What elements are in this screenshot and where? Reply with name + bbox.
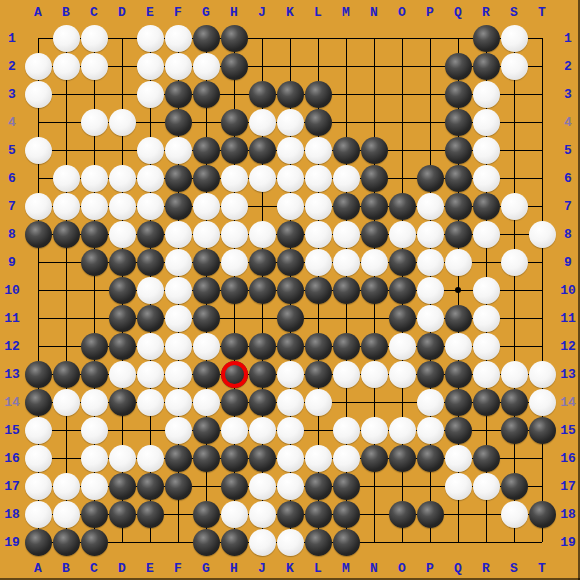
intersection-O2[interactable] <box>388 52 416 80</box>
intersection-Q1[interactable] <box>444 24 472 52</box>
intersection-E11[interactable] <box>136 304 164 332</box>
intersection-T1[interactable] <box>528 24 556 52</box>
intersection-D19[interactable] <box>108 528 136 556</box>
intersection-L16[interactable] <box>304 444 332 472</box>
intersection-L11[interactable] <box>304 304 332 332</box>
intersection-O10[interactable] <box>388 276 416 304</box>
intersection-P6[interactable] <box>416 164 444 192</box>
intersection-P19[interactable] <box>416 528 444 556</box>
intersection-S8[interactable] <box>500 220 528 248</box>
intersection-Q14[interactable] <box>444 388 472 416</box>
intersection-Q7[interactable] <box>444 192 472 220</box>
intersection-M19[interactable] <box>332 528 360 556</box>
intersection-O17[interactable] <box>388 472 416 500</box>
intersection-K3[interactable] <box>276 80 304 108</box>
intersection-R17[interactable] <box>472 472 500 500</box>
intersection-L8[interactable] <box>304 220 332 248</box>
intersection-N9[interactable] <box>360 248 388 276</box>
intersection-P9[interactable] <box>416 248 444 276</box>
intersection-S6[interactable] <box>500 164 528 192</box>
intersection-D11[interactable] <box>108 304 136 332</box>
intersection-B3[interactable] <box>52 80 80 108</box>
intersection-H4[interactable] <box>220 108 248 136</box>
intersection-T18[interactable] <box>528 500 556 528</box>
intersection-C18[interactable] <box>80 500 108 528</box>
intersection-S4[interactable] <box>500 108 528 136</box>
intersection-C1[interactable] <box>80 24 108 52</box>
intersection-F8[interactable] <box>164 220 192 248</box>
intersection-R13[interactable] <box>472 360 500 388</box>
intersection-B8[interactable] <box>52 220 80 248</box>
intersection-H14[interactable] <box>220 388 248 416</box>
intersection-S7[interactable] <box>500 192 528 220</box>
intersection-O14[interactable] <box>388 388 416 416</box>
intersection-D3[interactable] <box>108 80 136 108</box>
intersection-R18[interactable] <box>472 500 500 528</box>
intersection-S9[interactable] <box>500 248 528 276</box>
intersection-R2[interactable] <box>472 52 500 80</box>
intersection-L15[interactable] <box>304 416 332 444</box>
intersection-R5[interactable] <box>472 136 500 164</box>
intersection-D17[interactable] <box>108 472 136 500</box>
intersection-A17[interactable] <box>24 472 52 500</box>
intersection-P15[interactable] <box>416 416 444 444</box>
intersection-Q2[interactable] <box>444 52 472 80</box>
intersection-H16[interactable] <box>220 444 248 472</box>
intersection-K13[interactable] <box>276 360 304 388</box>
intersection-S19[interactable] <box>500 528 528 556</box>
intersection-A5[interactable] <box>24 136 52 164</box>
intersection-G18[interactable] <box>192 500 220 528</box>
intersection-B15[interactable] <box>52 416 80 444</box>
intersection-H3[interactable] <box>220 80 248 108</box>
intersection-H17[interactable] <box>220 472 248 500</box>
intersection-K5[interactable] <box>276 136 304 164</box>
intersection-F4[interactable] <box>164 108 192 136</box>
intersection-G6[interactable] <box>192 164 220 192</box>
intersection-Q3[interactable] <box>444 80 472 108</box>
intersection-O6[interactable] <box>388 164 416 192</box>
intersection-F7[interactable] <box>164 192 192 220</box>
intersection-E4[interactable] <box>136 108 164 136</box>
intersection-O16[interactable] <box>388 444 416 472</box>
intersection-T12[interactable] <box>528 332 556 360</box>
intersection-J2[interactable] <box>248 52 276 80</box>
intersection-D9[interactable] <box>108 248 136 276</box>
intersection-G8[interactable] <box>192 220 220 248</box>
intersection-K6[interactable] <box>276 164 304 192</box>
intersection-N12[interactable] <box>360 332 388 360</box>
intersection-L14[interactable] <box>304 388 332 416</box>
intersection-L13[interactable] <box>304 360 332 388</box>
intersection-M1[interactable] <box>332 24 360 52</box>
intersection-T19[interactable] <box>528 528 556 556</box>
intersection-C6[interactable] <box>80 164 108 192</box>
intersection-C15[interactable] <box>80 416 108 444</box>
intersection-A8[interactable] <box>24 220 52 248</box>
intersection-K2[interactable] <box>276 52 304 80</box>
intersection-Q17[interactable] <box>444 472 472 500</box>
intersection-K11[interactable] <box>276 304 304 332</box>
intersection-M7[interactable] <box>332 192 360 220</box>
intersection-J15[interactable] <box>248 416 276 444</box>
intersection-P14[interactable] <box>416 388 444 416</box>
intersection-D14[interactable] <box>108 388 136 416</box>
intersection-P1[interactable] <box>416 24 444 52</box>
intersection-B6[interactable] <box>52 164 80 192</box>
intersection-R14[interactable] <box>472 388 500 416</box>
intersection-O8[interactable] <box>388 220 416 248</box>
intersection-C16[interactable] <box>80 444 108 472</box>
intersection-E12[interactable] <box>136 332 164 360</box>
intersection-Q5[interactable] <box>444 136 472 164</box>
intersection-K16[interactable] <box>276 444 304 472</box>
intersection-P10[interactable] <box>416 276 444 304</box>
intersection-S17[interactable] <box>500 472 528 500</box>
intersection-E9[interactable] <box>136 248 164 276</box>
intersection-L17[interactable] <box>304 472 332 500</box>
intersection-C11[interactable] <box>80 304 108 332</box>
intersection-S5[interactable] <box>500 136 528 164</box>
intersection-O12[interactable] <box>388 332 416 360</box>
intersection-N10[interactable] <box>360 276 388 304</box>
intersection-B17[interactable] <box>52 472 80 500</box>
intersection-Q19[interactable] <box>444 528 472 556</box>
intersection-P8[interactable] <box>416 220 444 248</box>
intersection-J11[interactable] <box>248 304 276 332</box>
intersection-S12[interactable] <box>500 332 528 360</box>
intersection-M12[interactable] <box>332 332 360 360</box>
intersection-L2[interactable] <box>304 52 332 80</box>
intersection-T7[interactable] <box>528 192 556 220</box>
intersection-K8[interactable] <box>276 220 304 248</box>
intersection-O13[interactable] <box>388 360 416 388</box>
intersection-H18[interactable] <box>220 500 248 528</box>
intersection-K7[interactable] <box>276 192 304 220</box>
intersection-L9[interactable] <box>304 248 332 276</box>
intersection-C19[interactable] <box>80 528 108 556</box>
intersection-C13[interactable] <box>80 360 108 388</box>
intersection-D10[interactable] <box>108 276 136 304</box>
intersection-F5[interactable] <box>164 136 192 164</box>
intersection-B2[interactable] <box>52 52 80 80</box>
intersection-B7[interactable] <box>52 192 80 220</box>
intersection-O9[interactable] <box>388 248 416 276</box>
intersection-N13[interactable] <box>360 360 388 388</box>
intersection-C14[interactable] <box>80 388 108 416</box>
intersection-L18[interactable] <box>304 500 332 528</box>
intersection-O5[interactable] <box>388 136 416 164</box>
intersection-T9[interactable] <box>528 248 556 276</box>
intersection-L10[interactable] <box>304 276 332 304</box>
intersection-A2[interactable] <box>24 52 52 80</box>
intersection-A3[interactable] <box>24 80 52 108</box>
intersection-A11[interactable] <box>24 304 52 332</box>
intersection-M16[interactable] <box>332 444 360 472</box>
intersection-S18[interactable] <box>500 500 528 528</box>
intersection-R9[interactable] <box>472 248 500 276</box>
intersection-D12[interactable] <box>108 332 136 360</box>
intersection-T17[interactable] <box>528 472 556 500</box>
intersection-N19[interactable] <box>360 528 388 556</box>
intersection-F6[interactable] <box>164 164 192 192</box>
intersection-D13[interactable] <box>108 360 136 388</box>
intersection-B4[interactable] <box>52 108 80 136</box>
intersection-Q6[interactable] <box>444 164 472 192</box>
intersection-R1[interactable] <box>472 24 500 52</box>
intersection-C7[interactable] <box>80 192 108 220</box>
intersection-H5[interactable] <box>220 136 248 164</box>
intersection-G1[interactable] <box>192 24 220 52</box>
intersection-K10[interactable] <box>276 276 304 304</box>
intersection-Q16[interactable] <box>444 444 472 472</box>
intersection-R16[interactable] <box>472 444 500 472</box>
intersection-E10[interactable] <box>136 276 164 304</box>
intersection-N18[interactable] <box>360 500 388 528</box>
intersection-M5[interactable] <box>332 136 360 164</box>
intersection-P12[interactable] <box>416 332 444 360</box>
intersection-D1[interactable] <box>108 24 136 52</box>
intersection-M15[interactable] <box>332 416 360 444</box>
intersection-G19[interactable] <box>192 528 220 556</box>
intersection-F10[interactable] <box>164 276 192 304</box>
intersection-B9[interactable] <box>52 248 80 276</box>
intersection-Q13[interactable] <box>444 360 472 388</box>
intersection-L7[interactable] <box>304 192 332 220</box>
intersection-E18[interactable] <box>136 500 164 528</box>
intersection-T15[interactable] <box>528 416 556 444</box>
intersection-N8[interactable] <box>360 220 388 248</box>
intersection-H15[interactable] <box>220 416 248 444</box>
intersection-M18[interactable] <box>332 500 360 528</box>
intersection-B16[interactable] <box>52 444 80 472</box>
intersection-G14[interactable] <box>192 388 220 416</box>
intersection-J10[interactable] <box>248 276 276 304</box>
intersection-R12[interactable] <box>472 332 500 360</box>
intersection-K9[interactable] <box>276 248 304 276</box>
intersection-J5[interactable] <box>248 136 276 164</box>
intersection-J8[interactable] <box>248 220 276 248</box>
intersection-J14[interactable] <box>248 388 276 416</box>
intersection-S10[interactable] <box>500 276 528 304</box>
intersection-P18[interactable] <box>416 500 444 528</box>
intersection-M13[interactable] <box>332 360 360 388</box>
intersection-M6[interactable] <box>332 164 360 192</box>
intersection-A19[interactable] <box>24 528 52 556</box>
intersection-J19[interactable] <box>248 528 276 556</box>
intersection-O1[interactable] <box>388 24 416 52</box>
intersection-C8[interactable] <box>80 220 108 248</box>
intersection-O3[interactable] <box>388 80 416 108</box>
intersection-T16[interactable] <box>528 444 556 472</box>
intersection-H8[interactable] <box>220 220 248 248</box>
intersection-E8[interactable] <box>136 220 164 248</box>
intersection-L5[interactable] <box>304 136 332 164</box>
intersection-R15[interactable] <box>472 416 500 444</box>
intersection-N2[interactable] <box>360 52 388 80</box>
intersection-N15[interactable] <box>360 416 388 444</box>
intersection-P16[interactable] <box>416 444 444 472</box>
intersection-F13[interactable] <box>164 360 192 388</box>
intersection-F18[interactable] <box>164 500 192 528</box>
intersection-O4[interactable] <box>388 108 416 136</box>
intersection-J12[interactable] <box>248 332 276 360</box>
intersection-Q15[interactable] <box>444 416 472 444</box>
intersection-B11[interactable] <box>52 304 80 332</box>
intersection-G13[interactable] <box>192 360 220 388</box>
intersection-F2[interactable] <box>164 52 192 80</box>
intersection-T10[interactable] <box>528 276 556 304</box>
intersection-A13[interactable] <box>24 360 52 388</box>
intersection-K12[interactable] <box>276 332 304 360</box>
intersection-P17[interactable] <box>416 472 444 500</box>
intersection-T2[interactable] <box>528 52 556 80</box>
intersection-G5[interactable] <box>192 136 220 164</box>
intersection-Q11[interactable] <box>444 304 472 332</box>
intersection-Q10[interactable] <box>444 276 472 304</box>
intersection-N17[interactable] <box>360 472 388 500</box>
intersection-K4[interactable] <box>276 108 304 136</box>
intersection-T4[interactable] <box>528 108 556 136</box>
intersection-F17[interactable] <box>164 472 192 500</box>
intersection-A9[interactable] <box>24 248 52 276</box>
intersection-R8[interactable] <box>472 220 500 248</box>
intersection-D16[interactable] <box>108 444 136 472</box>
intersection-J18[interactable] <box>248 500 276 528</box>
intersection-G2[interactable] <box>192 52 220 80</box>
intersection-D2[interactable] <box>108 52 136 80</box>
intersection-P5[interactable] <box>416 136 444 164</box>
intersection-G7[interactable] <box>192 192 220 220</box>
intersection-D4[interactable] <box>108 108 136 136</box>
intersection-R19[interactable] <box>472 528 500 556</box>
intersection-M9[interactable] <box>332 248 360 276</box>
intersection-J7[interactable] <box>248 192 276 220</box>
intersection-M10[interactable] <box>332 276 360 304</box>
intersection-Q4[interactable] <box>444 108 472 136</box>
intersection-E2[interactable] <box>136 52 164 80</box>
intersection-F14[interactable] <box>164 388 192 416</box>
intersection-B18[interactable] <box>52 500 80 528</box>
intersection-H19[interactable] <box>220 528 248 556</box>
intersection-P13[interactable] <box>416 360 444 388</box>
intersection-Q18[interactable] <box>444 500 472 528</box>
intersection-G17[interactable] <box>192 472 220 500</box>
intersection-F1[interactable] <box>164 24 192 52</box>
intersection-S3[interactable] <box>500 80 528 108</box>
intersection-D6[interactable] <box>108 164 136 192</box>
intersection-M11[interactable] <box>332 304 360 332</box>
intersection-O11[interactable] <box>388 304 416 332</box>
intersection-E17[interactable] <box>136 472 164 500</box>
intersection-M4[interactable] <box>332 108 360 136</box>
intersection-F3[interactable] <box>164 80 192 108</box>
intersection-H7[interactable] <box>220 192 248 220</box>
intersection-N1[interactable] <box>360 24 388 52</box>
intersection-S15[interactable] <box>500 416 528 444</box>
intersection-N6[interactable] <box>360 164 388 192</box>
intersection-Q9[interactable] <box>444 248 472 276</box>
intersection-G11[interactable] <box>192 304 220 332</box>
intersection-S14[interactable] <box>500 388 528 416</box>
intersection-A14[interactable] <box>24 388 52 416</box>
intersection-H12[interactable] <box>220 332 248 360</box>
intersection-L1[interactable] <box>304 24 332 52</box>
intersection-P11[interactable] <box>416 304 444 332</box>
intersection-H1[interactable] <box>220 24 248 52</box>
intersection-G4[interactable] <box>192 108 220 136</box>
intersection-A4[interactable] <box>24 108 52 136</box>
intersection-A12[interactable] <box>24 332 52 360</box>
intersection-M3[interactable] <box>332 80 360 108</box>
intersection-E14[interactable] <box>136 388 164 416</box>
intersection-K17[interactable] <box>276 472 304 500</box>
intersection-S11[interactable] <box>500 304 528 332</box>
intersection-D15[interactable] <box>108 416 136 444</box>
intersection-D8[interactable] <box>108 220 136 248</box>
intersection-C4[interactable] <box>80 108 108 136</box>
intersection-J3[interactable] <box>248 80 276 108</box>
intersection-G16[interactable] <box>192 444 220 472</box>
intersection-K15[interactable] <box>276 416 304 444</box>
intersection-T6[interactable] <box>528 164 556 192</box>
intersection-R4[interactable] <box>472 108 500 136</box>
intersection-J1[interactable] <box>248 24 276 52</box>
intersection-A16[interactable] <box>24 444 52 472</box>
intersection-A18[interactable] <box>24 500 52 528</box>
intersection-C2[interactable] <box>80 52 108 80</box>
intersection-O19[interactable] <box>388 528 416 556</box>
intersection-C9[interactable] <box>80 248 108 276</box>
intersection-D5[interactable] <box>108 136 136 164</box>
intersection-N4[interactable] <box>360 108 388 136</box>
intersection-N16[interactable] <box>360 444 388 472</box>
intersection-H11[interactable] <box>220 304 248 332</box>
intersection-B1[interactable] <box>52 24 80 52</box>
intersection-R11[interactable] <box>472 304 500 332</box>
intersection-O15[interactable] <box>388 416 416 444</box>
intersection-N7[interactable] <box>360 192 388 220</box>
intersection-A7[interactable] <box>24 192 52 220</box>
intersection-R10[interactable] <box>472 276 500 304</box>
intersection-F19[interactable] <box>164 528 192 556</box>
intersection-G15[interactable] <box>192 416 220 444</box>
intersection-E15[interactable] <box>136 416 164 444</box>
intersection-P4[interactable] <box>416 108 444 136</box>
intersection-R7[interactable] <box>472 192 500 220</box>
intersection-S1[interactable] <box>500 24 528 52</box>
intersection-B14[interactable] <box>52 388 80 416</box>
intersection-B5[interactable] <box>52 136 80 164</box>
intersection-L4[interactable] <box>304 108 332 136</box>
intersection-N14[interactable] <box>360 388 388 416</box>
intersection-F16[interactable] <box>164 444 192 472</box>
intersection-C5[interactable] <box>80 136 108 164</box>
intersection-L6[interactable] <box>304 164 332 192</box>
intersection-K14[interactable] <box>276 388 304 416</box>
intersection-M2[interactable] <box>332 52 360 80</box>
intersection-C12[interactable] <box>80 332 108 360</box>
intersection-R3[interactable] <box>472 80 500 108</box>
intersection-A6[interactable] <box>24 164 52 192</box>
intersection-J4[interactable] <box>248 108 276 136</box>
intersection-B19[interactable] <box>52 528 80 556</box>
intersection-T8[interactable] <box>528 220 556 248</box>
intersection-G12[interactable] <box>192 332 220 360</box>
intersection-B13[interactable] <box>52 360 80 388</box>
intersection-E6[interactable] <box>136 164 164 192</box>
intersection-H9[interactable] <box>220 248 248 276</box>
